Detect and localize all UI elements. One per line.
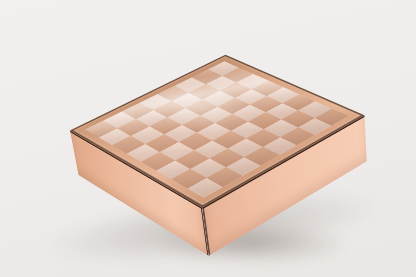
piece-black-pawn[interactable]: ♟ bbox=[99, 110, 126, 140]
chess-board: ♜♟♟♜♞♟♟♞♝♟♟♝♛♟♟♛♚♟♟♚♝♟♟♝♞♟♟♞♜♟♟♜ bbox=[70, 55, 364, 208]
piece-white-rook[interactable]: ♜ bbox=[185, 153, 220, 191]
square-r7c7[interactable]: ♜ bbox=[187, 178, 223, 198]
photo-backdrop: ♜♟♟♜♞♟♟♞♝♟♟♝♛♟♟♛♚♟♟♚♝♟♟♝♞♟♟♞♜♟♟♜ bbox=[0, 0, 416, 277]
